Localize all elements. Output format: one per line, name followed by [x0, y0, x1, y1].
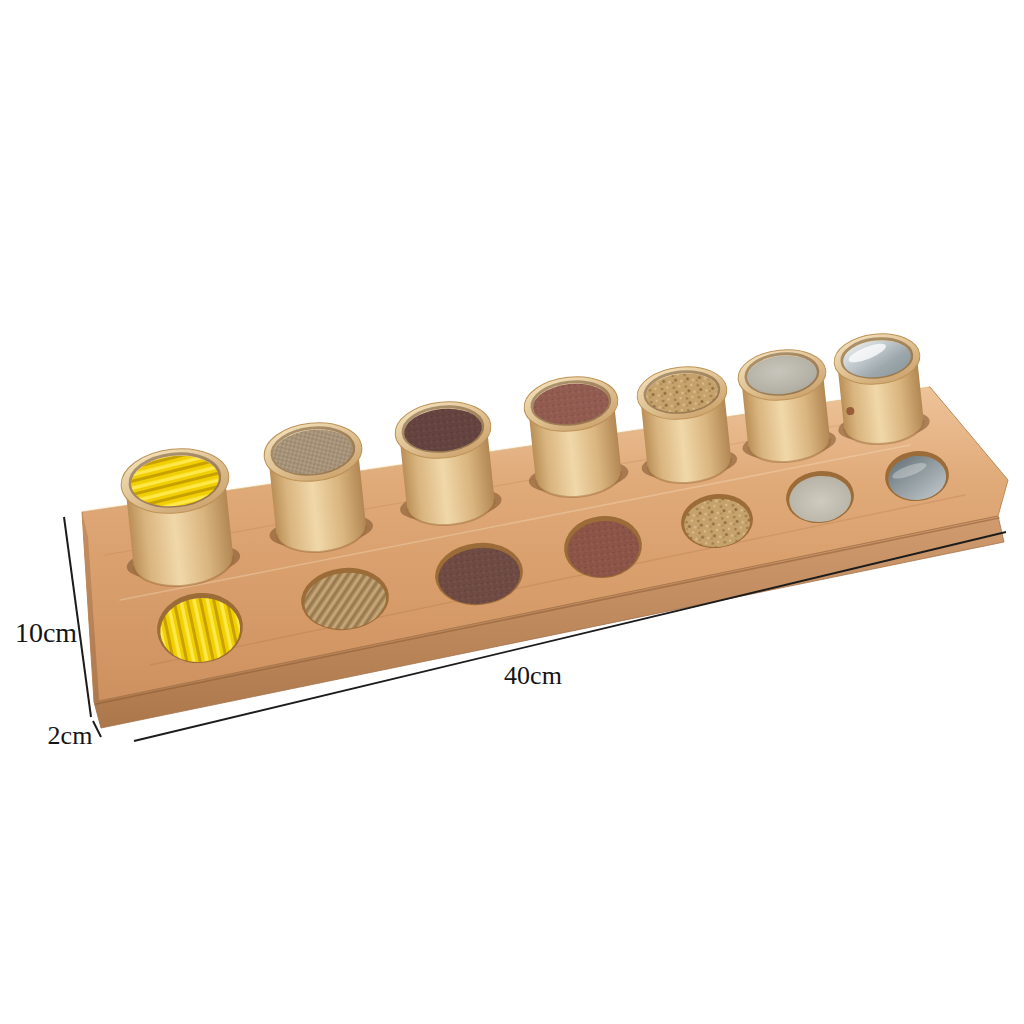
cylinder-dark-brown [389, 397, 503, 530]
product-photo: 10cm 40cm 2cm [0, 0, 1024, 1024]
cylinder-burlap [258, 418, 375, 557]
cylinder-silver [829, 329, 932, 448]
cylinder-cork [632, 362, 740, 487]
thickness-dimension-label: 2cm [48, 721, 93, 750]
tactile-cylinders-illustration: 10cm 40cm 2cm [0, 0, 1024, 1024]
cylinder-grey [733, 345, 838, 466]
cylinder-red-brown [518, 372, 630, 502]
length-dimension-label: 40cm [504, 661, 562, 690]
height-dimension-label: 10cm [15, 617, 77, 648]
cylinder-yellow-corrugated [115, 443, 243, 591]
